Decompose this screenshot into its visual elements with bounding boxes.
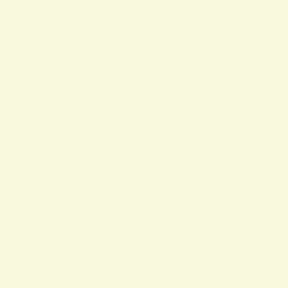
chess-board xyxy=(15,15,271,271)
chess-app xyxy=(0,0,288,288)
